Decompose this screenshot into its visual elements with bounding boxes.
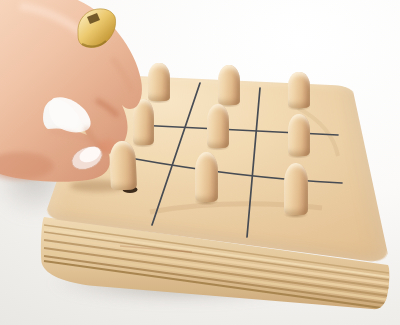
peg-r2c2[interactable] [207,104,229,148]
board-shadow [26,260,398,316]
peg-r1c2[interactable] [218,65,240,105]
peg-r1c1[interactable] [148,63,170,101]
ring-signet [87,13,100,24]
peg-r3c2[interactable] [195,152,218,202]
cell-r1c3[interactable] [260,82,363,139]
peg-r3c1-held[interactable] [109,140,137,190]
wood-grain [120,246,192,252]
peg-r1c3[interactable] [288,72,310,108]
peg-r3c3[interactable] [284,163,308,215]
peg-r2c1[interactable] [133,99,154,145]
gold-ring [78,9,116,48]
peg-r2c3[interactable] [288,114,310,156]
cell-r3c3[interactable] [262,179,390,264]
scene [0,0,400,325]
